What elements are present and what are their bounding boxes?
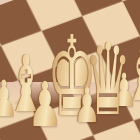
- chess-photo-scene: ♟︎♝︎♟︎♚︎♟︎♛︎♟︎♝︎: [0, 0, 140, 140]
- pieces-layer: ♟︎♝︎♟︎♚︎♟︎♛︎♟︎♝︎: [0, 0, 140, 140]
- piece-white-pawn-f2[interactable]: ♟︎: [28, 74, 62, 136]
- piece-white-pawn-g2[interactable]: ♟︎: [0, 74, 18, 124]
- piece-white-pawn-e2[interactable]: ♟︎: [74, 81, 101, 129]
